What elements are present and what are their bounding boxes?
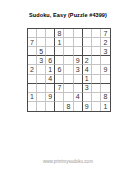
sudoku-cell[interactable]: 1: [83, 75, 92, 84]
sudoku-cell[interactable]: 9: [46, 93, 55, 102]
footer-url: www.printmysudoku.com: [0, 159, 136, 164]
sudoku-cell[interactable]: [46, 47, 55, 56]
sudoku-cell[interactable]: [83, 93, 92, 102]
sudoku-sheet: Sudoku, Easy (Puzzle #4399) 877125336922…: [0, 0, 136, 176]
sudoku-cell[interactable]: 9: [83, 102, 92, 111]
sudoku-cell[interactable]: 8: [55, 29, 64, 38]
sudoku-cell[interactable]: [55, 56, 64, 65]
sudoku-cell[interactable]: [74, 47, 83, 56]
sudoku-cell[interactable]: 2: [28, 65, 37, 74]
sudoku-cell[interactable]: [28, 47, 37, 56]
sudoku-cell[interactable]: [37, 29, 46, 38]
sudoku-cell[interactable]: [83, 38, 92, 47]
sudoku-cell[interactable]: [64, 56, 73, 65]
sudoku-cell[interactable]: 5: [37, 47, 46, 56]
sudoku-cell[interactable]: [28, 84, 37, 93]
sudoku-cell[interactable]: [64, 75, 73, 84]
sudoku-cell[interactable]: 3: [74, 65, 83, 74]
sudoku-cell[interactable]: [28, 29, 37, 38]
sudoku-cell[interactable]: 8: [64, 102, 73, 111]
sudoku-cell[interactable]: [37, 38, 46, 47]
sudoku-cell[interactable]: 6: [55, 65, 64, 74]
sudoku-cell[interactable]: [92, 102, 101, 111]
sudoku-cell[interactable]: 1: [28, 93, 37, 102]
sudoku-cell[interactable]: [37, 93, 46, 102]
sudoku-cell[interactable]: [55, 93, 64, 102]
sudoku-cell[interactable]: [37, 102, 46, 111]
sudoku-cell[interactable]: 2: [83, 56, 92, 65]
sudoku-cell[interactable]: [64, 84, 73, 93]
sudoku-cell[interactable]: [101, 84, 110, 93]
sudoku-cell[interactable]: 7: [101, 29, 110, 38]
sudoku-cell[interactable]: [92, 75, 101, 84]
sudoku-cell[interactable]: [64, 47, 73, 56]
sudoku-cell[interactable]: [92, 84, 101, 93]
sudoku-cell[interactable]: 6: [46, 56, 55, 65]
sudoku-cell[interactable]: [55, 75, 64, 84]
sudoku-cell[interactable]: 4: [46, 75, 55, 84]
puzzle-title: Sudoku, Easy (Puzzle #4399): [0, 12, 136, 18]
sudoku-cell[interactable]: [28, 102, 37, 111]
sudoku-cell[interactable]: [64, 65, 73, 74]
sudoku-cell[interactable]: [92, 65, 101, 74]
sudoku-cell[interactable]: [92, 29, 101, 38]
sudoku-cell[interactable]: [46, 102, 55, 111]
sudoku-cell[interactable]: [83, 29, 92, 38]
sudoku-cell[interactable]: [37, 65, 46, 74]
sudoku-cell[interactable]: 1: [46, 65, 55, 74]
sudoku-cell[interactable]: [46, 29, 55, 38]
sudoku-board: 8771253369221634941731948891: [27, 28, 111, 112]
sudoku-cell[interactable]: [74, 84, 83, 93]
sudoku-cell[interactable]: 8: [101, 93, 110, 102]
sudoku-cell[interactable]: [101, 75, 110, 84]
sudoku-cell[interactable]: [64, 38, 73, 47]
sudoku-cell[interactable]: [101, 56, 110, 65]
sudoku-cell[interactable]: 9: [101, 65, 110, 74]
sudoku-cell[interactable]: [55, 102, 64, 111]
sudoku-cell[interactable]: [92, 93, 101, 102]
sudoku-cell[interactable]: [74, 38, 83, 47]
sudoku-cell[interactable]: 3: [101, 47, 110, 56]
sudoku-cell[interactable]: 7: [28, 38, 37, 47]
sudoku-cell[interactable]: 9: [74, 56, 83, 65]
sudoku-cell[interactable]: [64, 29, 73, 38]
sudoku-cell[interactable]: [28, 56, 37, 65]
sudoku-cell[interactable]: 2: [101, 38, 110, 47]
sudoku-cell[interactable]: [92, 56, 101, 65]
sudoku-cell[interactable]: [37, 84, 46, 93]
sudoku-cell[interactable]: [92, 38, 101, 47]
sudoku-cell[interactable]: 7: [55, 84, 64, 93]
sudoku-cell[interactable]: 1: [55, 38, 64, 47]
sudoku-cell[interactable]: 4: [83, 65, 92, 74]
sudoku-cell[interactable]: [37, 75, 46, 84]
sudoku-cell[interactable]: 3: [83, 84, 92, 93]
sudoku-cell[interactable]: 4: [74, 93, 83, 102]
sudoku-cell[interactable]: [46, 38, 55, 47]
sudoku-cell[interactable]: 3: [37, 56, 46, 65]
sudoku-cell[interactable]: [74, 29, 83, 38]
sudoku-cell[interactable]: [46, 84, 55, 93]
sudoku-cell[interactable]: [28, 75, 37, 84]
sudoku-cell[interactable]: [92, 47, 101, 56]
sudoku-cell[interactable]: [55, 47, 64, 56]
sudoku-cell[interactable]: [83, 47, 92, 56]
sudoku-cell[interactable]: [74, 102, 83, 111]
sudoku-cell[interactable]: [64, 93, 73, 102]
sudoku-cell[interactable]: [74, 75, 83, 84]
sudoku-cell[interactable]: 1: [101, 102, 110, 111]
